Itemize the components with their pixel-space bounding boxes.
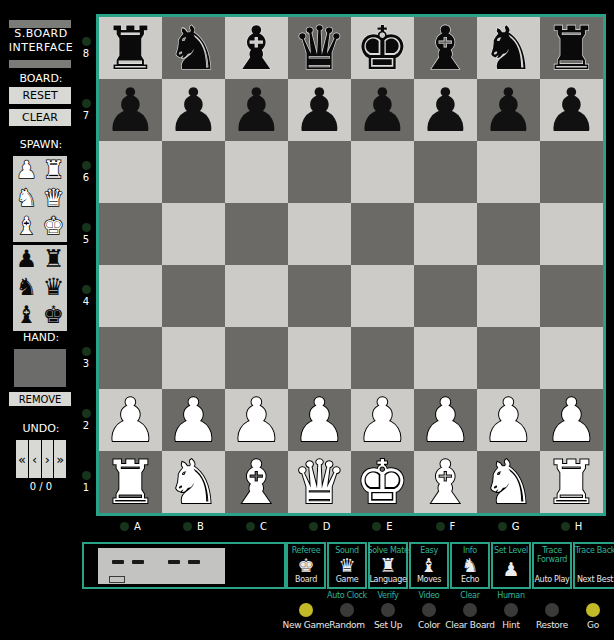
black-pawn-piece: ♟ bbox=[104, 79, 158, 141]
button-bottom-label: Auto Play bbox=[534, 575, 569, 584]
file-led-b bbox=[183, 522, 192, 531]
spawn-section-label: SPAWN: bbox=[0, 138, 82, 151]
square-c1[interactable]: ♝ bbox=[225, 451, 288, 513]
undo-button[interactable]: ‹ bbox=[29, 440, 41, 478]
square-e8[interactable]: ♚ bbox=[351, 17, 414, 79]
square-g8[interactable]: ♞ bbox=[477, 17, 540, 79]
file-led-e bbox=[372, 522, 381, 531]
file-marker-f: F bbox=[414, 517, 477, 535]
white-pawn-icon: ♟ bbox=[16, 156, 38, 184]
rank-led-8 bbox=[82, 37, 91, 46]
square-e1[interactable]: ♚ bbox=[351, 451, 414, 513]
panel-button-set-level[interactable]: Set Level♟ bbox=[491, 542, 531, 589]
undo-all-button[interactable]: « bbox=[16, 440, 28, 478]
square-e6[interactable] bbox=[351, 141, 414, 203]
white-pawn-piece: ♟ bbox=[104, 389, 158, 451]
white-bishop-icon: ♝ bbox=[16, 212, 38, 240]
file-marker-a: A bbox=[99, 517, 162, 535]
file-label-e: E bbox=[386, 521, 392, 532]
file-led-g bbox=[498, 522, 507, 531]
spawn-black-king[interactable]: ♚ bbox=[40, 301, 67, 329]
undo-controls: «‹›» bbox=[16, 440, 66, 478]
square-g5[interactable] bbox=[477, 203, 540, 265]
square-h7[interactable]: ♟ bbox=[540, 79, 603, 141]
rank-marker-2: 2 bbox=[76, 389, 96, 451]
color-led[interactable] bbox=[422, 603, 436, 617]
rank-label-1: 1 bbox=[83, 482, 89, 493]
black-pawn-piece: ♟ bbox=[419, 79, 473, 141]
square-a5[interactable] bbox=[99, 203, 162, 265]
square-f3[interactable] bbox=[414, 327, 477, 389]
button-bottom-label: Board bbox=[295, 575, 317, 584]
spawn-black-queen[interactable]: ♛ bbox=[40, 273, 67, 301]
bishop-icon: ♝ bbox=[420, 557, 437, 574]
square-d5[interactable] bbox=[288, 203, 351, 265]
redo-all-button[interactable]: » bbox=[54, 440, 66, 478]
file-led-a bbox=[120, 522, 129, 531]
lcd-screen bbox=[98, 548, 225, 584]
random-led[interactable] bbox=[340, 603, 354, 617]
white-queen-icon: ♛ bbox=[43, 184, 65, 212]
app-title-line2: INTERFACE bbox=[0, 41, 82, 55]
spawn-white-king[interactable]: ♚ bbox=[40, 212, 67, 240]
black-bishop-piece: ♝ bbox=[230, 17, 284, 79]
black-pawn-piece: ♟ bbox=[356, 79, 410, 141]
square-d7[interactable]: ♟ bbox=[288, 79, 351, 141]
square-d6[interactable] bbox=[288, 141, 351, 203]
rank-marker-7: 7 bbox=[76, 79, 96, 141]
spawn-black-knight[interactable]: ♞ bbox=[13, 273, 40, 301]
rank-label-6: 6 bbox=[83, 172, 89, 183]
spawn-black-rook[interactable]: ♜ bbox=[40, 245, 67, 273]
rank-marker-1: 1 bbox=[76, 451, 96, 513]
file-marker-c: C bbox=[225, 517, 288, 535]
board-section-label: BOARD: bbox=[0, 72, 82, 85]
led-bottom-label: Clear Board bbox=[445, 620, 495, 630]
file-led-f bbox=[436, 522, 445, 531]
spawn-white-rook[interactable]: ♜ bbox=[40, 156, 67, 184]
reset-button[interactable]: RESET bbox=[9, 87, 71, 104]
square-h1[interactable]: ♜ bbox=[540, 451, 603, 513]
restore-led[interactable] bbox=[545, 603, 559, 617]
redo-button[interactable]: › bbox=[42, 440, 54, 478]
spawn-black-pawn[interactable]: ♟ bbox=[13, 245, 40, 273]
rank-label-7: 7 bbox=[83, 110, 89, 121]
hint-led[interactable] bbox=[504, 603, 518, 617]
square-g3[interactable] bbox=[477, 327, 540, 389]
black-knight-piece: ♞ bbox=[482, 17, 536, 79]
button-bottom-label: Game bbox=[336, 575, 359, 584]
led-bottom-label: Color bbox=[418, 620, 440, 630]
led-bottom-label: Random bbox=[329, 620, 364, 630]
file-marker-b: B bbox=[162, 517, 225, 535]
pawn-icon: ♟ bbox=[502, 561, 519, 578]
led-button-clear-board[interactable]: ClearClear Board bbox=[450, 591, 490, 630]
led-top-label: Video bbox=[419, 591, 440, 601]
black-queen-icon: ♛ bbox=[43, 273, 65, 301]
lcd-segment-3 bbox=[168, 560, 180, 564]
rank-marker-4: 4 bbox=[76, 265, 96, 327]
white-pawn-piece: ♟ bbox=[293, 389, 347, 451]
file-led-c bbox=[246, 522, 255, 531]
file-marker-d: D bbox=[288, 517, 351, 535]
clock-display-panel bbox=[82, 542, 286, 589]
button-top-label: Set Level bbox=[494, 546, 528, 555]
file-label-a: A bbox=[134, 521, 141, 532]
lcd-indicator-rect bbox=[109, 576, 125, 583]
clear-button[interactable]: CLEAR bbox=[9, 109, 71, 126]
spawn-black-bishop[interactable]: ♝ bbox=[13, 301, 40, 329]
button-bottom-label: Language bbox=[369, 575, 406, 584]
rank-marker-8: 8 bbox=[76, 17, 96, 79]
rank-marker-5: 5 bbox=[76, 203, 96, 265]
button-bottom-label: Next Best bbox=[577, 575, 613, 584]
rank-label-2: 2 bbox=[83, 420, 89, 431]
led-top-label: Auto Clock bbox=[327, 591, 367, 601]
square-f1[interactable]: ♝ bbox=[414, 451, 477, 513]
black-pawn-piece: ♟ bbox=[230, 79, 284, 141]
led-button-hint[interactable]: HumanHint bbox=[491, 591, 531, 630]
square-a2[interactable]: ♟ bbox=[99, 389, 162, 451]
white-queen-piece: ♛ bbox=[293, 451, 347, 513]
square-f6[interactable] bbox=[414, 141, 477, 203]
rook-icon: ♜ bbox=[379, 557, 396, 574]
square-f7[interactable]: ♟ bbox=[414, 79, 477, 141]
set-up-led[interactable] bbox=[381, 603, 395, 617]
rank-led-2 bbox=[82, 409, 91, 418]
white-bishop-piece: ♝ bbox=[419, 451, 473, 513]
square-g1[interactable]: ♞ bbox=[477, 451, 540, 513]
white-king-icon: ♚ bbox=[43, 212, 65, 240]
lcd-segment-1 bbox=[112, 560, 124, 564]
rank-label-4: 4 bbox=[83, 296, 89, 307]
white-pawn-piece: ♟ bbox=[545, 389, 599, 451]
spawn-palette-black: ♟♜♞♛♝♚ bbox=[13, 245, 67, 331]
square-h2[interactable]: ♟ bbox=[540, 389, 603, 451]
go-led[interactable] bbox=[586, 603, 600, 617]
square-c5[interactable] bbox=[225, 203, 288, 265]
rank-led-3 bbox=[82, 347, 91, 356]
panel-button-trace-back[interactable]: Trace BackNext Best bbox=[573, 542, 614, 589]
square-b5[interactable] bbox=[162, 203, 225, 265]
square-g7[interactable]: ♟ bbox=[477, 79, 540, 141]
white-knight-piece: ♞ bbox=[482, 451, 536, 513]
led-button-color[interactable]: VideoColor bbox=[409, 591, 449, 630]
square-c8[interactable]: ♝ bbox=[225, 17, 288, 79]
file-label-h: H bbox=[575, 521, 583, 532]
black-king-icon: ♚ bbox=[43, 301, 65, 329]
square-e3[interactable] bbox=[351, 327, 414, 389]
square-g6[interactable] bbox=[477, 141, 540, 203]
white-pawn-piece: ♟ bbox=[167, 389, 221, 451]
black-knight-piece: ♞ bbox=[167, 17, 221, 79]
button-top-label: Trace Forward bbox=[534, 546, 570, 564]
square-a1[interactable]: ♜ bbox=[99, 451, 162, 513]
black-pawn-icon: ♟ bbox=[16, 245, 38, 273]
spawn-white-knight[interactable]: ♞ bbox=[13, 184, 40, 212]
black-queen-piece: ♛ bbox=[293, 17, 347, 79]
spawn-white-pawn[interactable]: ♟ bbox=[13, 156, 40, 184]
sidebar-divider-bottom bbox=[9, 60, 71, 68]
black-pawn-piece: ♟ bbox=[545, 79, 599, 141]
app-title: S.BOARD INTERFACE bbox=[0, 27, 82, 55]
led-bottom-label: Go bbox=[587, 620, 599, 630]
square-c6[interactable] bbox=[225, 141, 288, 203]
square-f2[interactable]: ♟ bbox=[414, 389, 477, 451]
square-c3[interactable] bbox=[225, 327, 288, 389]
white-knight-piece: ♞ bbox=[167, 451, 221, 513]
square-e5[interactable] bbox=[351, 203, 414, 265]
square-h6[interactable] bbox=[540, 141, 603, 203]
lcd-segment-2 bbox=[132, 560, 144, 564]
function-button-row: Referee♚BoardSound♛GameSolve Mate♜Langua… bbox=[286, 542, 614, 589]
white-pawn-piece: ♟ bbox=[230, 389, 284, 451]
black-pawn-piece: ♟ bbox=[167, 79, 221, 141]
white-pawn-piece: ♟ bbox=[419, 389, 473, 451]
led-button-set-up[interactable]: VerifySet Up bbox=[368, 591, 408, 630]
square-h3[interactable] bbox=[540, 327, 603, 389]
led-top-label: Clear bbox=[460, 591, 479, 601]
square-c2[interactable]: ♟ bbox=[225, 389, 288, 451]
square-b7[interactable]: ♟ bbox=[162, 79, 225, 141]
square-d1[interactable]: ♛ bbox=[288, 451, 351, 513]
panel-button-sound[interactable]: Sound♛Game bbox=[327, 542, 367, 589]
file-led-h bbox=[561, 522, 570, 531]
square-d4[interactable] bbox=[288, 265, 351, 327]
undo-section-label: UNDO: bbox=[0, 422, 82, 435]
led-button-random[interactable]: Auto ClockRandom bbox=[327, 591, 367, 630]
rank-led-6 bbox=[82, 161, 91, 170]
square-g2[interactable]: ♟ bbox=[477, 389, 540, 451]
black-pawn-piece: ♟ bbox=[482, 79, 536, 141]
file-marker-g: G bbox=[477, 517, 540, 535]
square-a6[interactable] bbox=[99, 141, 162, 203]
black-rook-icon: ♜ bbox=[43, 245, 65, 273]
panel-button-referee[interactable]: Referee♚Board bbox=[286, 542, 326, 589]
file-led-d bbox=[309, 522, 318, 531]
white-knight-icon: ♞ bbox=[16, 184, 38, 212]
remove-button[interactable]: REMOVE bbox=[9, 392, 71, 406]
square-h4[interactable] bbox=[540, 265, 603, 327]
white-pawn-piece: ♟ bbox=[482, 389, 536, 451]
white-bishop-piece: ♝ bbox=[230, 451, 284, 513]
spawn-white-queen[interactable]: ♛ bbox=[40, 184, 67, 212]
button-top-label: Trace Back bbox=[575, 546, 614, 555]
white-king-piece: ♚ bbox=[356, 451, 410, 513]
square-b2[interactable]: ♟ bbox=[162, 389, 225, 451]
white-rook-icon: ♜ bbox=[43, 156, 65, 184]
hand-display bbox=[14, 349, 66, 387]
white-pawn-piece: ♟ bbox=[356, 389, 410, 451]
square-b3[interactable] bbox=[162, 327, 225, 389]
square-f4[interactable] bbox=[414, 265, 477, 327]
led-button-row: New GameAuto ClockRandomVerifySet UpVide… bbox=[286, 591, 613, 630]
rank-marker-6: 6 bbox=[76, 141, 96, 203]
led-bottom-label: Set Up bbox=[374, 620, 402, 630]
square-d3[interactable] bbox=[288, 327, 351, 389]
square-g4[interactable] bbox=[477, 265, 540, 327]
white-rook-piece: ♜ bbox=[104, 451, 158, 513]
square-b8[interactable]: ♞ bbox=[162, 17, 225, 79]
square-h8[interactable]: ♜ bbox=[540, 17, 603, 79]
square-d2[interactable]: ♟ bbox=[288, 389, 351, 451]
square-b6[interactable] bbox=[162, 141, 225, 203]
new-game-led[interactable] bbox=[299, 603, 313, 617]
square-a8[interactable]: ♜ bbox=[99, 17, 162, 79]
file-label-f: F bbox=[450, 521, 456, 532]
square-e7[interactable]: ♟ bbox=[351, 79, 414, 141]
app-title-line1: S.BOARD bbox=[0, 27, 82, 41]
knight-icon: ♞ bbox=[461, 557, 478, 574]
queen-icon: ♛ bbox=[338, 557, 355, 574]
square-f5[interactable] bbox=[414, 203, 477, 265]
black-rook-piece: ♜ bbox=[545, 17, 599, 79]
black-knight-icon: ♞ bbox=[16, 273, 38, 301]
rank-led-5 bbox=[82, 223, 91, 232]
led-top-label: Verify bbox=[378, 591, 399, 601]
panel-button-easy[interactable]: Easy♝Moves bbox=[409, 542, 449, 589]
led-bottom-label: New Game bbox=[283, 620, 330, 630]
square-c7[interactable]: ♟ bbox=[225, 79, 288, 141]
led-button-go[interactable]: Go bbox=[573, 591, 613, 630]
rank-marker-3: 3 bbox=[76, 327, 96, 389]
black-bishop-piece: ♝ bbox=[419, 17, 473, 79]
black-pawn-piece: ♟ bbox=[293, 79, 347, 141]
led-bottom-label: Hint bbox=[502, 620, 519, 630]
file-marker-e: E bbox=[351, 517, 414, 535]
clear-board-led[interactable] bbox=[463, 603, 477, 617]
king-icon: ♚ bbox=[297, 557, 314, 574]
spawn-palette-white: ♟♜♞♛♝♚ bbox=[13, 156, 67, 242]
button-bottom-label: Echo bbox=[461, 575, 479, 584]
hand-section-label: HAND: bbox=[0, 331, 82, 344]
file-label-g: G bbox=[512, 521, 520, 532]
square-d8[interactable]: ♛ bbox=[288, 17, 351, 79]
white-rook-piece: ♜ bbox=[545, 451, 599, 513]
led-top-label: Human bbox=[497, 591, 524, 601]
undo-counter: 0 / 0 bbox=[0, 481, 82, 492]
square-c4[interactable] bbox=[225, 265, 288, 327]
panel-button-info[interactable]: Info♞Echo bbox=[450, 542, 490, 589]
black-king-piece: ♚ bbox=[356, 17, 410, 79]
square-b1[interactable]: ♞ bbox=[162, 451, 225, 513]
led-button-new-game[interactable]: New Game bbox=[286, 591, 326, 630]
square-e2[interactable]: ♟ bbox=[351, 389, 414, 451]
file-label-d: D bbox=[323, 521, 331, 532]
chess-board: ♜♞♝♛♚♝♞♜♟♟♟♟♟♟♟♟♟♟♟♟♟♟♟♟♜♞♝♛♚♝♞♜ bbox=[96, 14, 606, 516]
file-label-c: C bbox=[260, 521, 267, 532]
square-a3[interactable] bbox=[99, 327, 162, 389]
square-h5[interactable] bbox=[540, 203, 603, 265]
rank-led-4 bbox=[82, 285, 91, 294]
panel-button-solve-mate[interactable]: Solve Mate♜Language bbox=[368, 542, 408, 589]
black-bishop-icon: ♝ bbox=[16, 301, 38, 329]
file-label-b: B bbox=[197, 521, 204, 532]
square-e4[interactable] bbox=[351, 265, 414, 327]
panel-button-trace-forward[interactable]: Trace ForwardAuto Play bbox=[532, 542, 572, 589]
button-bottom-label: Moves bbox=[417, 575, 441, 584]
black-rook-piece: ♜ bbox=[104, 17, 158, 79]
square-f8[interactable]: ♝ bbox=[414, 17, 477, 79]
rank-led-1 bbox=[82, 471, 91, 480]
rank-led-7 bbox=[82, 99, 91, 108]
lcd-segment-4 bbox=[188, 560, 200, 564]
led-bottom-label: Restore bbox=[536, 620, 568, 630]
square-a4[interactable] bbox=[99, 265, 162, 327]
square-b4[interactable] bbox=[162, 265, 225, 327]
rank-label-5: 5 bbox=[83, 234, 89, 245]
file-marker-h: H bbox=[540, 517, 603, 535]
spawn-white-bishop[interactable]: ♝ bbox=[13, 212, 40, 240]
led-button-restore[interactable]: Restore bbox=[532, 591, 572, 630]
rank-label-8: 8 bbox=[83, 48, 89, 59]
square-a7[interactable]: ♟ bbox=[99, 79, 162, 141]
rank-label-3: 3 bbox=[83, 358, 89, 369]
